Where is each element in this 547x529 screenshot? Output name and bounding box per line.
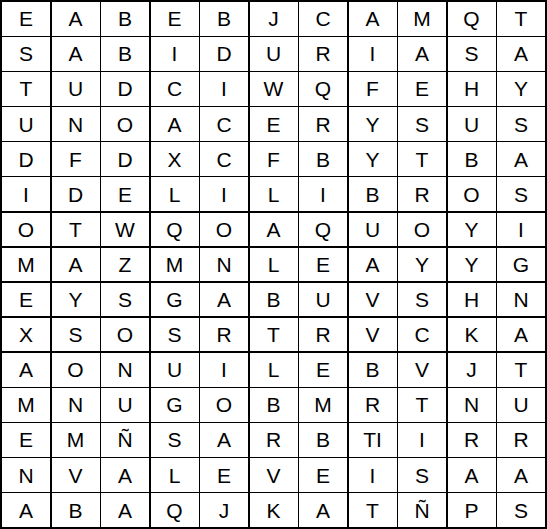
grid-cell[interactable]: O xyxy=(52,353,100,387)
grid-cell[interactable]: R xyxy=(299,318,347,352)
grid-cell[interactable]: V xyxy=(398,353,446,387)
grid-cell[interactable]: A xyxy=(200,283,248,317)
grid-cell[interactable]: A xyxy=(398,37,446,71)
grid-cell[interactable]: A xyxy=(497,37,545,71)
grid-cell[interactable]: E xyxy=(250,107,298,141)
grid-cell[interactable]: J xyxy=(200,493,248,527)
grid-cell[interactable]: N xyxy=(52,388,100,422)
grid-cell[interactable]: R xyxy=(398,177,446,211)
grid-cell[interactable]: A xyxy=(2,493,50,527)
grid-cell[interactable]: C xyxy=(398,318,446,352)
grid-cell[interactable]: S xyxy=(2,37,50,71)
grid-cell[interactable]: S xyxy=(497,177,545,211)
grid-cell[interactable]: Y xyxy=(448,248,496,282)
grid-cell[interactable]: U xyxy=(349,213,397,247)
grid-cell[interactable]: O xyxy=(398,213,446,247)
grid-cell[interactable]: D xyxy=(200,37,248,71)
grid-cell[interactable]: T xyxy=(497,2,545,36)
grid-cell[interactable]: R xyxy=(250,423,298,457)
grid-cell[interactable]: S xyxy=(398,283,446,317)
grid-cell[interactable]: M xyxy=(2,248,50,282)
grid-cell[interactable]: B xyxy=(250,283,298,317)
grid-cell[interactable]: A xyxy=(448,458,496,492)
grid-cell[interactable]: N xyxy=(497,283,545,317)
grid-cell[interactable]: J xyxy=(250,2,298,36)
grid-cell[interactable]: I xyxy=(398,423,446,457)
grid-cell[interactable]: Y xyxy=(52,283,100,317)
grid-cell[interactable]: U xyxy=(2,107,50,141)
grid-cell[interactable]: U xyxy=(448,107,496,141)
grid-cell[interactable]: L xyxy=(151,177,199,211)
grid-cell[interactable]: U xyxy=(497,388,545,422)
grid-cell[interactable]: T xyxy=(52,213,100,247)
grid-cell[interactable]: F xyxy=(349,72,397,106)
grid-cell[interactable]: S xyxy=(101,283,149,317)
grid-cell[interactable]: X xyxy=(151,142,199,176)
grid-cell[interactable]: L xyxy=(250,353,298,387)
grid-cell[interactable]: O xyxy=(101,318,149,352)
grid-cell[interactable]: I xyxy=(299,177,347,211)
grid-cell[interactable]: B xyxy=(200,2,248,36)
grid-cell[interactable]: U xyxy=(151,353,199,387)
grid-cell[interactable]: N xyxy=(2,458,50,492)
grid-cell[interactable]: A xyxy=(200,423,248,457)
grid-cell[interactable]: E xyxy=(101,177,149,211)
grid-cell[interactable]: B xyxy=(101,2,149,36)
grid-cell[interactable]: T xyxy=(398,388,446,422)
grid-cell[interactable]: A xyxy=(250,213,298,247)
grid-cell[interactable]: A xyxy=(299,493,347,527)
grid-cell[interactable]: O xyxy=(200,213,248,247)
grid-cell[interactable]: Z xyxy=(101,248,149,282)
grid-cell[interactable]: D xyxy=(52,177,100,211)
grid-cell[interactable]: C xyxy=(151,72,199,106)
grid-cell[interactable]: C xyxy=(299,2,347,36)
grid-cell[interactable]: E xyxy=(2,283,50,317)
grid-cell[interactable]: D xyxy=(2,142,50,176)
grid-cell[interactable]: A xyxy=(101,458,149,492)
grid-cell[interactable]: N xyxy=(52,107,100,141)
grid-cell[interactable]: A xyxy=(101,493,149,527)
grid-cell[interactable]: S xyxy=(448,37,496,71)
grid-cell[interactable]: A xyxy=(349,248,397,282)
grid-cell[interactable]: Y xyxy=(497,72,545,106)
grid-cell[interactable]: A xyxy=(497,458,545,492)
grid-cell[interactable]: B xyxy=(250,388,298,422)
grid-cell[interactable]: A xyxy=(52,37,100,71)
grid-cell[interactable]: L xyxy=(151,458,199,492)
grid-cell[interactable]: Ñ xyxy=(101,423,149,457)
grid-cell[interactable]: A xyxy=(497,318,545,352)
grid-cell[interactable]: E xyxy=(151,2,199,36)
grid-cell[interactable]: L xyxy=(250,177,298,211)
grid-cell[interactable]: U xyxy=(101,388,149,422)
grid-cell[interactable]: R xyxy=(299,107,347,141)
grid-cell[interactable]: E xyxy=(398,72,446,106)
grid-cell[interactable]: J xyxy=(448,353,496,387)
grid-cell[interactable]: G xyxy=(151,283,199,317)
grid-cell[interactable]: X xyxy=(2,318,50,352)
grid-cell[interactable]: R xyxy=(299,37,347,71)
grid-cell[interactable]: N xyxy=(101,353,149,387)
grid-cell[interactable]: Y xyxy=(349,142,397,176)
grid-cell[interactable]: U xyxy=(299,283,347,317)
grid-cell[interactable]: E xyxy=(299,353,347,387)
grid-cell[interactable]: O xyxy=(448,177,496,211)
grid-cell[interactable]: O xyxy=(101,107,149,141)
grid-cell[interactable]: S xyxy=(151,318,199,352)
grid-cell[interactable]: B xyxy=(448,142,496,176)
grid-cell[interactable]: S xyxy=(398,107,446,141)
grid-cell[interactable]: W xyxy=(101,213,149,247)
grid-cell[interactable]: O xyxy=(200,388,248,422)
grid-cell[interactable]: Q xyxy=(299,213,347,247)
grid-cell[interactable]: A xyxy=(349,2,397,36)
grid-cell[interactable]: B xyxy=(349,353,397,387)
grid-cell[interactable]: A xyxy=(52,2,100,36)
grid-cell[interactable]: Y xyxy=(448,213,496,247)
grid-cell[interactable]: M xyxy=(52,423,100,457)
grid-cell[interactable]: S xyxy=(398,458,446,492)
grid-cell[interactable]: I xyxy=(200,177,248,211)
grid-cell[interactable]: I xyxy=(200,353,248,387)
grid-cell[interactable]: R xyxy=(448,423,496,457)
grid-cell[interactable]: R xyxy=(200,318,248,352)
grid-cell[interactable]: Q xyxy=(151,493,199,527)
grid-cell[interactable]: B xyxy=(101,37,149,71)
grid-cell[interactable]: T xyxy=(398,142,446,176)
grid-cell[interactable]: S xyxy=(151,423,199,457)
grid-cell[interactable]: H xyxy=(448,72,496,106)
grid-cell[interactable]: D xyxy=(101,72,149,106)
grid-cell[interactable]: I xyxy=(497,213,545,247)
grid-cell[interactable]: A xyxy=(497,142,545,176)
grid-cell[interactable]: R xyxy=(349,388,397,422)
grid-cell[interactable]: M xyxy=(151,248,199,282)
word-search-board: EABEBJCAMQTSABIDURIASATUDCIWQFEHYUNOACER… xyxy=(0,0,547,529)
grid-cell[interactable]: S xyxy=(497,493,545,527)
grid-cell[interactable]: T xyxy=(349,493,397,527)
grid-cell[interactable]: C xyxy=(200,142,248,176)
grid-cell[interactable]: U xyxy=(52,72,100,106)
grid-cell[interactable]: G xyxy=(497,248,545,282)
grid-cell[interactable]: F xyxy=(250,142,298,176)
grid-cell[interactable]: Ñ xyxy=(398,493,446,527)
grid-cell[interactable]: D xyxy=(101,142,149,176)
grid-cell[interactable]: K xyxy=(448,318,496,352)
grid-cell[interactable]: Q xyxy=(448,2,496,36)
grid-cell[interactable]: T xyxy=(2,72,50,106)
grid-cell[interactable]: F xyxy=(52,142,100,176)
grid-cell[interactable]: V xyxy=(52,458,100,492)
grid-cell[interactable]: A xyxy=(2,353,50,387)
grid-cell[interactable]: H xyxy=(448,283,496,317)
grid-cell[interactable]: M xyxy=(299,388,347,422)
grid-cell[interactable]: A xyxy=(151,107,199,141)
grid-cell[interactable]: I xyxy=(151,37,199,71)
grid-cell[interactable]: E xyxy=(2,423,50,457)
grid-cell[interactable]: V xyxy=(349,318,397,352)
grid-cell[interactable]: Y xyxy=(349,107,397,141)
grid-cell[interactable]: Q xyxy=(299,72,347,106)
grid-cell[interactable]: A xyxy=(52,248,100,282)
grid-cell[interactable]: P xyxy=(448,493,496,527)
grid-cell[interactable]: L xyxy=(250,248,298,282)
grid-cell[interactable]: I xyxy=(2,177,50,211)
grid-cell[interactable]: V xyxy=(250,458,298,492)
grid-cell[interactable]: N xyxy=(448,388,496,422)
grid-cell[interactable]: C xyxy=(200,107,248,141)
grid-cell[interactable]: I xyxy=(200,72,248,106)
grid-cell[interactable]: S xyxy=(52,318,100,352)
grid-cell[interactable]: I xyxy=(349,37,397,71)
grid-cell[interactable]: I xyxy=(349,458,397,492)
grid-cell[interactable]: B xyxy=(349,177,397,211)
grid-cell[interactable]: K xyxy=(250,493,298,527)
grid-cell[interactable]: E xyxy=(299,458,347,492)
grid-cell[interactable]: E xyxy=(200,458,248,492)
grid-cell[interactable]: O xyxy=(2,213,50,247)
grid-cell[interactable]: E xyxy=(2,2,50,36)
grid-cell[interactable]: E xyxy=(299,248,347,282)
grid-cell[interactable]: Q xyxy=(151,213,199,247)
grid-cell[interactable]: M xyxy=(398,2,446,36)
grid-cell[interactable]: T xyxy=(250,318,298,352)
grid-cell[interactable]: TI xyxy=(349,423,397,457)
grid-cell[interactable]: W xyxy=(250,72,298,106)
grid-cell[interactable]: N xyxy=(200,248,248,282)
grid-cell[interactable]: M xyxy=(2,388,50,422)
grid-cell[interactable]: U xyxy=(250,37,298,71)
grid-cell[interactable]: Y xyxy=(398,248,446,282)
grid-cell[interactable]: R xyxy=(497,423,545,457)
grid-cell[interactable]: G xyxy=(151,388,199,422)
grid-cell[interactable]: S xyxy=(497,107,545,141)
grid-cell[interactable]: B xyxy=(299,423,347,457)
grid-cell[interactable]: T xyxy=(497,353,545,387)
grid-cell[interactable]: B xyxy=(299,142,347,176)
grid-cell[interactable]: B xyxy=(52,493,100,527)
grid-cell[interactable]: V xyxy=(349,283,397,317)
